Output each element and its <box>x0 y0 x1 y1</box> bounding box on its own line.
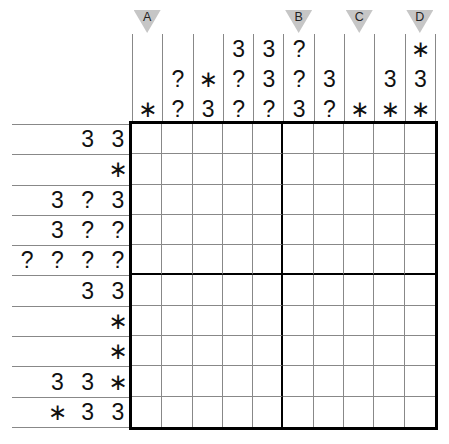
clue-value: ? <box>224 64 253 94</box>
clue-value: 3 <box>73 367 103 396</box>
clue-value: ∗ <box>133 94 162 124</box>
cell-r8c2[interactable] <box>162 336 192 366</box>
cell-r5c2[interactable] <box>162 245 192 275</box>
cell-r8c4[interactable] <box>223 336 253 366</box>
cell-r10c1[interactable] <box>132 397 162 427</box>
cell-r1c2[interactable] <box>162 124 192 154</box>
cell-r8c8[interactable] <box>344 336 374 366</box>
cell-r5c8[interactable] <box>344 245 374 275</box>
cell-r6c7[interactable] <box>314 275 344 305</box>
cell-r1c8[interactable] <box>344 124 374 154</box>
marker-triangle-icon-a: A <box>134 10 161 33</box>
marker-triangle-icon-d: D <box>406 10 433 33</box>
row-clue-4: 3?? <box>12 215 133 245</box>
cell-r2c10[interactable] <box>405 154 435 184</box>
cell-r3c1[interactable] <box>132 185 162 215</box>
marker-triangle-icon-c: C <box>346 10 373 33</box>
clue-value: ∗ <box>406 94 435 124</box>
cell-r7c9[interactable] <box>374 306 404 336</box>
cell-r10c7[interactable] <box>314 397 344 427</box>
cell-r8c3[interactable] <box>193 336 223 366</box>
clue-value: ? <box>163 64 192 94</box>
row-clue-5: ???? <box>12 245 133 275</box>
cell-r9c6[interactable] <box>283 366 313 396</box>
cell-r6c9[interactable] <box>374 275 404 305</box>
clue-value <box>133 64 162 94</box>
clue-value: ? <box>284 64 313 94</box>
cell-r2c2[interactable] <box>162 154 192 184</box>
cell-r8c7[interactable] <box>314 336 344 366</box>
cell-r9c2[interactable] <box>162 366 192 396</box>
cell-r4c1[interactable] <box>132 215 162 245</box>
clue-value <box>42 337 72 366</box>
cell-r4c6[interactable] <box>283 215 313 245</box>
row-clue-6: 33 <box>12 275 133 305</box>
marker-label: B <box>294 10 302 24</box>
clue-value <box>12 337 42 366</box>
col-clue-7: 3? <box>314 34 344 124</box>
clue-value <box>375 34 404 64</box>
clue-value: ? <box>254 94 283 124</box>
cell-r6c4[interactable] <box>223 275 253 305</box>
clue-value: ? <box>163 94 192 124</box>
cell-r9c3[interactable] <box>193 366 223 396</box>
col-clue-6: ??3 <box>283 34 313 124</box>
cell-r6c1[interactable] <box>132 275 162 305</box>
cell-r6c2[interactable] <box>162 275 192 305</box>
cell-r6c10[interactable] <box>405 275 435 305</box>
cell-r8c1[interactable] <box>132 336 162 366</box>
clue-value: 3 <box>406 64 435 94</box>
row-clue-9: 33∗ <box>12 366 133 396</box>
cell-r7c10[interactable] <box>405 306 435 336</box>
cell-r1c1[interactable] <box>132 124 162 154</box>
cell-r5c4[interactable] <box>223 245 253 275</box>
puzzle-page: ABCD ∗??∗33??33???33?∗3∗∗3∗ 33∗3?33?????… <box>0 0 449 444</box>
cell-r10c6[interactable] <box>283 397 313 427</box>
cell-r8c6[interactable] <box>283 336 313 366</box>
clue-value: 3 <box>254 64 283 94</box>
clue-value: 3 <box>42 186 72 215</box>
clue-value: ? <box>12 246 42 275</box>
clue-value <box>42 155 72 184</box>
clue-value: ∗ <box>375 94 404 124</box>
clue-value: 3 <box>224 34 253 64</box>
cell-r4c9[interactable] <box>374 215 404 245</box>
clue-value: 3 <box>254 34 283 64</box>
cell-r8c9[interactable] <box>374 336 404 366</box>
cell-r2c8[interactable] <box>344 154 374 184</box>
cell-r5c10[interactable] <box>405 245 435 275</box>
clue-value <box>42 307 72 336</box>
cell-r1c6[interactable] <box>283 124 313 154</box>
clue-value <box>42 125 72 154</box>
cell-r9c4[interactable] <box>223 366 253 396</box>
cell-r4c8[interactable] <box>344 215 374 245</box>
row-clue-7: ∗ <box>12 306 133 336</box>
cell-r1c7[interactable] <box>314 124 344 154</box>
cell-r5c3[interactable] <box>193 245 223 275</box>
cell-r4c4[interactable] <box>223 215 253 245</box>
cell-r6c8[interactable] <box>344 275 374 305</box>
clue-value <box>12 155 42 184</box>
cell-r7c7[interactable] <box>314 306 344 336</box>
clue-value <box>73 307 103 336</box>
cell-r5c1[interactable] <box>132 245 162 275</box>
cell-r3c2[interactable] <box>162 185 192 215</box>
clue-value <box>42 276 72 305</box>
cell-r2c1[interactable] <box>132 154 162 184</box>
cell-r10c4[interactable] <box>223 397 253 427</box>
col-clue-4: 3?? <box>223 34 253 124</box>
clue-value: ∗ <box>406 34 435 64</box>
cell-r9c7[interactable] <box>314 366 344 396</box>
cell-r7c3[interactable] <box>193 306 223 336</box>
cell-r7c4[interactable] <box>223 306 253 336</box>
col-clue-8: ∗ <box>344 34 374 124</box>
cell-r2c3[interactable] <box>193 154 223 184</box>
clue-value: ? <box>315 94 344 124</box>
clue-value <box>12 367 42 396</box>
cell-r7c6[interactable] <box>283 306 313 336</box>
clue-value: ? <box>73 246 103 275</box>
cell-r10c8[interactable] <box>344 397 374 427</box>
row-clues: 33∗3?33??????33∗∗33∗∗33 <box>12 124 133 428</box>
cell-r6c3[interactable] <box>193 275 223 305</box>
cell-r5c9[interactable] <box>374 245 404 275</box>
cell-r2c5[interactable] <box>253 154 283 184</box>
clue-value: ? <box>73 216 103 245</box>
clue-value <box>12 276 42 305</box>
cell-r8c5[interactable] <box>253 336 283 366</box>
cell-r5c7[interactable] <box>314 245 344 275</box>
cell-r4c5[interactable] <box>253 215 283 245</box>
cell-r7c2[interactable] <box>162 306 192 336</box>
cell-r5c5[interactable] <box>253 245 283 275</box>
cell-r4c7[interactable] <box>314 215 344 245</box>
cell-r8c10[interactable] <box>405 336 435 366</box>
cell-r1c4[interactable] <box>223 124 253 154</box>
clue-value: 3 <box>315 64 344 94</box>
clue-value <box>73 155 103 184</box>
row-clue-10: ∗33 <box>12 397 133 427</box>
col-clue-1: ∗ <box>132 34 162 124</box>
clue-value: ? <box>224 94 253 124</box>
cell-r2c9[interactable] <box>374 154 404 184</box>
marker-triangle-icon-b: B <box>285 10 312 33</box>
marker-label: D <box>415 10 424 24</box>
clue-value <box>163 34 192 64</box>
cell-r4c3[interactable] <box>193 215 223 245</box>
clue-value: 3 <box>73 276 103 305</box>
cell-r10c9[interactable] <box>374 397 404 427</box>
cell-r1c10[interactable] <box>405 124 435 154</box>
cell-r3c4[interactable] <box>223 185 253 215</box>
cell-r10c10[interactable] <box>405 397 435 427</box>
clue-value <box>73 337 103 366</box>
cell-r3c6[interactable] <box>283 185 313 215</box>
cell-r5c6[interactable] <box>283 245 313 275</box>
clue-value <box>345 64 374 94</box>
cell-r4c10[interactable] <box>405 215 435 245</box>
clue-value <box>315 34 344 64</box>
cell-r3c9[interactable] <box>374 185 404 215</box>
marker-label: A <box>143 10 151 24</box>
cell-r9c9[interactable] <box>374 366 404 396</box>
cell-r3c3[interactable] <box>193 185 223 215</box>
row-clue-1: 33 <box>12 124 133 154</box>
clue-value: 3 <box>42 216 72 245</box>
row-clue-3: 3?3 <box>12 185 133 215</box>
row-clue-8: ∗ <box>12 336 133 366</box>
clue-value: 3 <box>284 94 313 124</box>
clue-value <box>12 125 42 154</box>
column-clues: ∗??∗33??33???33?∗3∗∗3∗ <box>132 34 436 124</box>
cell-r2c4[interactable] <box>223 154 253 184</box>
cell-r10c5[interactable] <box>253 397 283 427</box>
clue-value: 3 <box>194 94 223 124</box>
cell-r6c5[interactable] <box>253 275 283 305</box>
cell-r9c5[interactable] <box>253 366 283 396</box>
cell-r1c9[interactable] <box>374 124 404 154</box>
cell-r10c3[interactable] <box>193 397 223 427</box>
clue-value <box>345 34 374 64</box>
clue-value: 3 <box>375 64 404 94</box>
clue-value <box>12 216 42 245</box>
cell-r2c6[interactable] <box>283 154 313 184</box>
cell-r4c2[interactable] <box>162 215 192 245</box>
clue-value: ∗ <box>42 398 72 427</box>
cell-r3c5[interactable] <box>253 185 283 215</box>
cell-r7c1[interactable] <box>132 306 162 336</box>
clue-value <box>12 398 42 427</box>
clue-value: ? <box>73 186 103 215</box>
clue-value: 3 <box>42 367 72 396</box>
clue-value: ∗ <box>345 94 374 124</box>
cell-r1c5[interactable] <box>253 124 283 154</box>
puzzle-grid <box>129 121 438 430</box>
clue-value: ? <box>284 34 313 64</box>
col-clue-3: ∗3 <box>193 34 223 124</box>
cell-r3c7[interactable] <box>314 185 344 215</box>
clue-value: ? <box>42 246 72 275</box>
col-clue-9: 3∗ <box>374 34 404 124</box>
col-clue-10: ∗3∗ <box>405 34 435 124</box>
cell-r6c6[interactable] <box>283 275 313 305</box>
cell-r7c5[interactable] <box>253 306 283 336</box>
cell-r1c3[interactable] <box>193 124 223 154</box>
clue-value: 3 <box>73 398 103 427</box>
cell-r2c7[interactable] <box>314 154 344 184</box>
cell-r10c2[interactable] <box>162 397 192 427</box>
cell-r9c1[interactable] <box>132 366 162 396</box>
clue-value: 3 <box>73 125 103 154</box>
cell-r9c8[interactable] <box>344 366 374 396</box>
cell-r3c10[interactable] <box>405 185 435 215</box>
cell-r7c8[interactable] <box>344 306 374 336</box>
cell-r3c8[interactable] <box>344 185 374 215</box>
clue-value <box>133 34 162 64</box>
clue-value: ∗ <box>194 64 223 94</box>
col-clue-2: ?? <box>162 34 192 124</box>
clue-value <box>194 34 223 64</box>
col-clue-5: 33? <box>253 34 283 124</box>
clue-value <box>12 186 42 215</box>
clue-value <box>12 307 42 336</box>
cell-r9c10[interactable] <box>405 366 435 396</box>
marker-label: C <box>355 10 364 24</box>
row-clue-2: ∗ <box>12 154 133 184</box>
